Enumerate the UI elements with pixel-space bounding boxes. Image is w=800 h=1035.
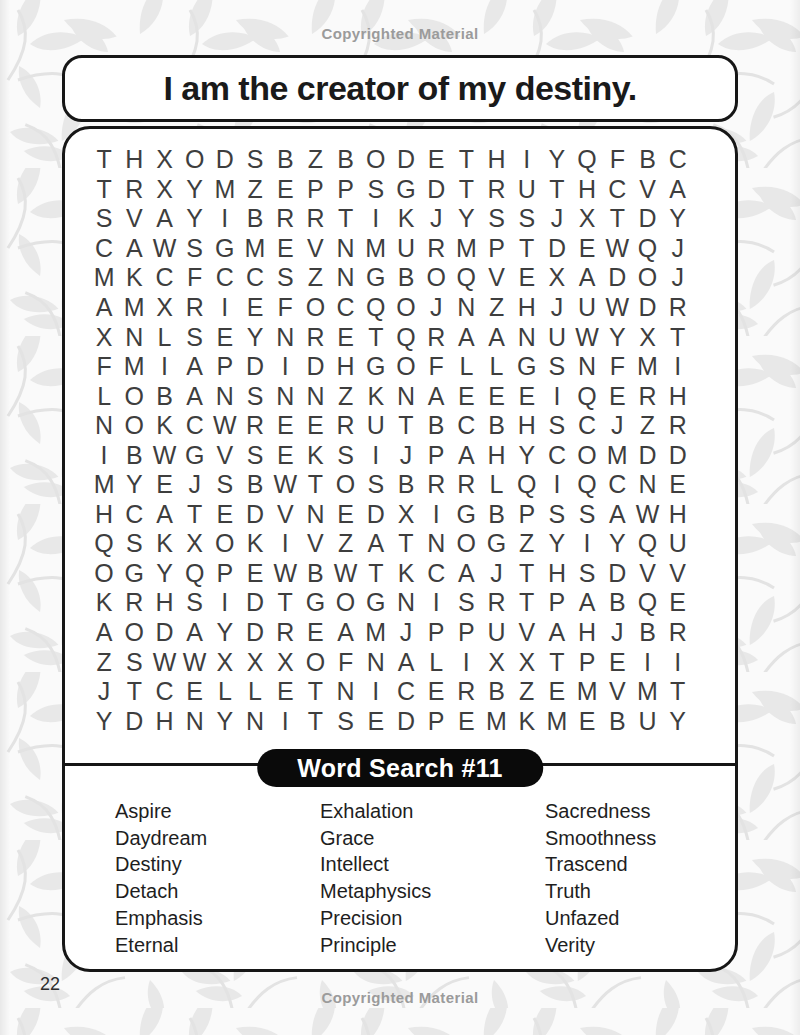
grid-cell: J: [421, 293, 451, 323]
grid-cell: E: [210, 322, 240, 352]
grid-cell: S: [451, 588, 481, 618]
word-list-column: SacrednessSmoothnessTrascendTruthUnfazed…: [545, 798, 656, 958]
puzzle-title-box: I am the creator of my destiny.: [62, 55, 738, 122]
grid-cell: B: [602, 588, 632, 618]
grid-cell: F: [602, 145, 632, 175]
grid-cell: E: [421, 145, 451, 175]
grid-cell: C: [542, 440, 572, 470]
grid-cell: Q: [361, 293, 391, 323]
grid-cell: V: [300, 529, 330, 559]
grid-cell: A: [119, 234, 149, 264]
grid-cell: W: [149, 647, 179, 677]
grid-cell: E: [300, 411, 330, 441]
grid-cell: O: [451, 529, 481, 559]
grid-cell: H: [481, 145, 511, 175]
grid-cell: G: [361, 352, 391, 382]
grid-cell: W: [270, 470, 300, 500]
grid-cell: O: [300, 647, 330, 677]
grid-cell: H: [572, 618, 602, 648]
grid-cell: E: [180, 677, 210, 707]
grid-cell: V: [210, 440, 240, 470]
grid-cell: X: [572, 204, 602, 234]
grid-cell: T: [300, 470, 330, 500]
grid-cell: Y: [602, 322, 632, 352]
grid-cell: W: [632, 500, 662, 530]
grid-cell: Z: [331, 529, 361, 559]
grid-cell: D: [240, 618, 270, 648]
grid-cell: E: [300, 618, 330, 648]
grid-cell: O: [89, 559, 119, 589]
grid-cell: N: [391, 588, 421, 618]
grid-cell: N: [331, 234, 361, 264]
grid-cell: E: [240, 293, 270, 323]
word-item: Detach: [115, 878, 207, 905]
grid-cell: J: [391, 440, 421, 470]
grid-cell: N: [391, 381, 421, 411]
grid-cell: A: [89, 618, 119, 648]
grid-cell: C: [602, 470, 632, 500]
grid-cell: B: [391, 263, 421, 293]
grid-cell: I: [270, 352, 300, 382]
grid-cell: H: [89, 500, 119, 530]
grid-cell: A: [451, 559, 481, 589]
grid-cell: F: [331, 647, 361, 677]
grid-cell: R: [119, 175, 149, 205]
grid-cell: Q: [451, 263, 481, 293]
grid-cell: W: [180, 647, 210, 677]
grid-cell: C: [180, 411, 210, 441]
grid-cell: I: [89, 440, 119, 470]
grid-cell: R: [300, 204, 330, 234]
grid-cell: K: [149, 529, 179, 559]
grid-cell: B: [421, 411, 451, 441]
grid-cell: M: [89, 470, 119, 500]
grid-cell: J: [180, 470, 210, 500]
grid-cell: T: [542, 647, 572, 677]
grid-cell: C: [451, 411, 481, 441]
grid-cell: F: [89, 352, 119, 382]
grid-cell: B: [632, 618, 662, 648]
grid-cell: X: [391, 500, 421, 530]
grid-cell: I: [421, 588, 451, 618]
grid-cell: E: [602, 381, 632, 411]
grid-cell: R: [240, 411, 270, 441]
grid-cell: Y: [663, 204, 693, 234]
grid-cell: L: [149, 322, 179, 352]
grid-cell: D: [602, 263, 632, 293]
grid-cell: I: [632, 647, 662, 677]
grid-cell: E: [481, 381, 511, 411]
word-item: Smoothness: [545, 825, 656, 852]
grid-cell: J: [663, 234, 693, 264]
grid-cell: S: [572, 500, 602, 530]
grid-cell: W: [210, 411, 240, 441]
grid-cell: X: [149, 175, 179, 205]
grid-cell: J: [542, 204, 572, 234]
grid-cell: B: [481, 411, 511, 441]
grid-cell: O: [119, 411, 149, 441]
grid-cell: W: [270, 559, 300, 589]
grid-cell: Q: [572, 145, 602, 175]
grid-cell: R: [270, 618, 300, 648]
grid-cell: C: [89, 234, 119, 264]
grid-cell: X: [210, 647, 240, 677]
grid-cell: R: [663, 618, 693, 648]
grid-cell: K: [240, 529, 270, 559]
grid-cell: E: [149, 470, 179, 500]
grid-cell: V: [632, 559, 662, 589]
grid-cell: D: [240, 500, 270, 530]
grid-cell: E: [270, 175, 300, 205]
grid-cell: F: [602, 352, 632, 382]
grid-cell: L: [481, 470, 511, 500]
grid-cell: D: [391, 145, 421, 175]
grid-cell: O: [210, 529, 240, 559]
grid-cell: S: [331, 706, 361, 736]
grid-cell: B: [481, 500, 511, 530]
grid-cell: Z: [240, 175, 270, 205]
grid-cell: X: [512, 647, 542, 677]
grid-cell: W: [149, 440, 179, 470]
word-item: Unfazed: [545, 905, 656, 932]
grid-cell: T: [89, 175, 119, 205]
grid-cell: J: [391, 618, 421, 648]
grid-cell: E: [270, 234, 300, 264]
grid-cell: N: [331, 677, 361, 707]
word-item: Metaphysics: [320, 878, 431, 905]
grid-cell: N: [180, 706, 210, 736]
grid-cell: T: [300, 706, 330, 736]
grid-cell: H: [663, 381, 693, 411]
grid-cell: N: [451, 293, 481, 323]
grid-cell: P: [572, 647, 602, 677]
grid-cell: S: [481, 204, 511, 234]
grid-cell: P: [421, 618, 451, 648]
grid-cell: R: [180, 293, 210, 323]
grid-cell: X: [270, 647, 300, 677]
grid-cell: D: [542, 234, 572, 264]
grid-cell: U: [361, 411, 391, 441]
grid-cell: R: [663, 293, 693, 323]
word-item: Exhalation: [320, 798, 431, 825]
grid-cell: Y: [451, 204, 481, 234]
grid-cell: T: [391, 529, 421, 559]
grid-cell: L: [451, 352, 481, 382]
grid-cell: C: [602, 175, 632, 205]
grid-cell: Q: [391, 322, 421, 352]
grid-cell: S: [180, 588, 210, 618]
word-item: Intellect: [320, 851, 431, 878]
grid-cell: H: [663, 500, 693, 530]
grid-cell: M: [240, 234, 270, 264]
word-item: Aspire: [115, 798, 207, 825]
grid-cell: E: [210, 500, 240, 530]
grid-cell: S: [542, 411, 572, 441]
grid-cell: S: [270, 263, 300, 293]
word-item: Truth: [545, 878, 656, 905]
grid-cell: A: [572, 588, 602, 618]
grid-cell: V: [119, 204, 149, 234]
grid-cell: C: [210, 263, 240, 293]
grid-cell: N: [632, 470, 662, 500]
grid-cell: A: [663, 175, 693, 205]
grid-cell: L: [421, 647, 451, 677]
grid-cell: S: [361, 175, 391, 205]
grid-cell: A: [421, 381, 451, 411]
grid-cell: A: [180, 618, 210, 648]
grid-cell: M: [542, 706, 572, 736]
grid-cell: A: [542, 618, 572, 648]
grid-cell: Z: [512, 529, 542, 559]
grid-cell: F: [180, 263, 210, 293]
grid-cell: T: [361, 322, 391, 352]
grid-cell: T: [270, 588, 300, 618]
grid-cell: E: [663, 588, 693, 618]
grid-cell: Q: [632, 529, 662, 559]
grid-cell: D: [361, 500, 391, 530]
grid-cell: J: [602, 618, 632, 648]
grid-cell: Q: [632, 234, 662, 264]
grid-cell: T: [89, 145, 119, 175]
grid-cell: E: [572, 706, 602, 736]
grid-cell: E: [512, 263, 542, 293]
copyright-notice-bottom: Copyrighted Material: [0, 989, 800, 1006]
puzzle-number-label: Word Search #11: [297, 754, 503, 783]
grid-cell: M: [632, 677, 662, 707]
grid-cell: P: [421, 706, 451, 736]
grid-cell: G: [210, 234, 240, 264]
grid-cell: Z: [632, 411, 662, 441]
grid-cell: I: [512, 145, 542, 175]
grid-cell: G: [391, 175, 421, 205]
grid-cell: O: [300, 293, 330, 323]
grid-cell: E: [421, 677, 451, 707]
grid-cell: B: [300, 559, 330, 589]
word-item: Eternal: [115, 932, 207, 959]
grid-cell: X: [149, 145, 179, 175]
grid-cell: I: [663, 647, 693, 677]
grid-cell: B: [240, 470, 270, 500]
grid-cell: O: [331, 470, 361, 500]
grid-cell: P: [210, 559, 240, 589]
grid-cell: A: [451, 440, 481, 470]
grid-cell: T: [119, 677, 149, 707]
grid-cell: H: [542, 559, 572, 589]
grid-cell: R: [421, 470, 451, 500]
grid-cell: O: [391, 293, 421, 323]
grid-cell: Y: [180, 175, 210, 205]
grid-cell: S: [240, 440, 270, 470]
page-edge-shadow-left: [0, 0, 10, 1035]
grid-cell: V: [270, 500, 300, 530]
grid-cell: I: [210, 293, 240, 323]
copyright-notice-top: Copyrighted Material: [0, 25, 800, 42]
grid-cell: E: [512, 381, 542, 411]
grid-cell: R: [451, 677, 481, 707]
grid-cell: R: [119, 588, 149, 618]
grid-cell: A: [361, 529, 391, 559]
grid-cell: Q: [632, 588, 662, 618]
grid-cell: I: [572, 529, 602, 559]
grid-cell: C: [572, 411, 602, 441]
grid-cell: Y: [542, 529, 572, 559]
grid-cell: Y: [663, 706, 693, 736]
word-item: Destiny: [115, 851, 207, 878]
grid-cell: Y: [210, 706, 240, 736]
grid-cell: A: [481, 322, 511, 352]
grid-cell: I: [451, 647, 481, 677]
grid-cell: T: [512, 588, 542, 618]
grid-cell: O: [119, 618, 149, 648]
grid-cell: H: [512, 411, 542, 441]
grid-cell: D: [602, 559, 632, 589]
grid-cell: S: [331, 440, 361, 470]
grid-cell: I: [361, 677, 391, 707]
grid-cell: R: [451, 470, 481, 500]
grid-cell: W: [602, 293, 632, 323]
grid-cell: M: [451, 234, 481, 264]
word-item: Daydream: [115, 825, 207, 852]
grid-cell: I: [270, 529, 300, 559]
grid-cell: S: [512, 204, 542, 234]
grid-cell: T: [180, 500, 210, 530]
grid-cell: Y: [89, 706, 119, 736]
grid-cell: I: [361, 204, 391, 234]
grid-cell: J: [481, 559, 511, 589]
puzzle-number-badge: Word Search #11: [257, 749, 543, 787]
grid-cell: Y: [210, 618, 240, 648]
word-item: Verity: [545, 932, 656, 959]
grid-cell: N: [240, 706, 270, 736]
grid-cell: G: [119, 559, 149, 589]
word-item: Sacredness: [545, 798, 656, 825]
grid-cell: O: [119, 381, 149, 411]
grid-cell: A: [149, 204, 179, 234]
grid-cell: S: [361, 470, 391, 500]
grid-cell: W: [602, 234, 632, 264]
puzzle-board-box: THXODSBZBODETHIYQFBCTRXYMZEPPSGDTRUTHCVA…: [62, 126, 738, 972]
grid-cell: E: [663, 470, 693, 500]
grid-cell: X: [180, 529, 210, 559]
grid-cell: V: [512, 618, 542, 648]
grid-cell: B: [331, 145, 361, 175]
grid-cell: E: [240, 559, 270, 589]
grid-cell: U: [542, 322, 572, 352]
grid-cell: U: [572, 293, 602, 323]
grid-cell: A: [391, 647, 421, 677]
grid-cell: Q: [89, 529, 119, 559]
grid-cell: M: [361, 234, 391, 264]
grid-cell: W: [572, 322, 602, 352]
grid-cell: R: [481, 175, 511, 205]
grid-cell: A: [331, 618, 361, 648]
grid-cell: E: [451, 706, 481, 736]
grid-cell: S: [180, 322, 210, 352]
grid-cell: X: [149, 293, 179, 323]
grid-cell: I: [270, 706, 300, 736]
grid-cell: H: [512, 293, 542, 323]
grid-cell: H: [481, 440, 511, 470]
grid-cell: X: [632, 322, 662, 352]
grid-cell: R: [331, 411, 361, 441]
grid-cell: N: [512, 322, 542, 352]
grid-cell: N: [270, 381, 300, 411]
grid-cell: O: [331, 588, 361, 618]
grid-cell: H: [572, 175, 602, 205]
grid-cell: A: [180, 381, 210, 411]
grid-cell: O: [361, 145, 391, 175]
grid-cell: Y: [240, 322, 270, 352]
grid-cell: P: [542, 588, 572, 618]
grid-cell: P: [421, 440, 451, 470]
grid-cell: J: [542, 293, 572, 323]
grid-cell: D: [119, 706, 149, 736]
grid-cell: V: [481, 263, 511, 293]
grid-cell: Y: [602, 529, 632, 559]
grid-cell: C: [663, 145, 693, 175]
grid-cell: E: [270, 411, 300, 441]
grid-cell: Y: [512, 440, 542, 470]
grid-cell: C: [331, 293, 361, 323]
grid-cell: X: [542, 263, 572, 293]
grid-cell: T: [512, 559, 542, 589]
grid-cell: X: [240, 647, 270, 677]
grid-cell: D: [240, 588, 270, 618]
grid-cell: D: [421, 175, 451, 205]
grid-cell: N: [270, 322, 300, 352]
grid-cell: G: [180, 440, 210, 470]
grid-cell: G: [512, 352, 542, 382]
grid-cell: B: [149, 381, 179, 411]
grid-cell: E: [270, 677, 300, 707]
grid-cell: O: [421, 263, 451, 293]
grid-cell: K: [391, 559, 421, 589]
grid-cell: O: [391, 352, 421, 382]
grid-cell: S: [240, 381, 270, 411]
grid-cell: E: [572, 234, 602, 264]
word-item: Emphasis: [115, 905, 207, 932]
puzzle-title: I am the creator of my destiny.: [163, 69, 636, 108]
grid-cell: X: [89, 322, 119, 352]
grid-cell: Z: [481, 293, 511, 323]
grid-cell: B: [240, 204, 270, 234]
grid-cell: P: [300, 175, 330, 205]
grid-cell: H: [149, 588, 179, 618]
grid-cell: A: [451, 322, 481, 352]
grid-cell: D: [663, 440, 693, 470]
grid-cell: T: [512, 234, 542, 264]
grid-cell: E: [542, 677, 572, 707]
grid-cell: E: [331, 322, 361, 352]
grid-cell: V: [300, 234, 330, 264]
grid-cell: W: [149, 234, 179, 264]
grid-cell: O: [572, 440, 602, 470]
grid-cell: Y: [542, 145, 572, 175]
grid-cell: P: [512, 500, 542, 530]
grid-cell: B: [119, 440, 149, 470]
grid-cell: L: [210, 677, 240, 707]
grid-cell: D: [632, 293, 662, 323]
grid-cell: U: [391, 234, 421, 264]
grid-cell: Z: [331, 381, 361, 411]
grid-cell: Z: [300, 145, 330, 175]
grid-cell: T: [451, 175, 481, 205]
grid-cell: I: [542, 381, 572, 411]
grid-cell: J: [663, 263, 693, 293]
grid-cell: L: [240, 677, 270, 707]
grid-cell: J: [89, 677, 119, 707]
grid-cell: R: [663, 411, 693, 441]
